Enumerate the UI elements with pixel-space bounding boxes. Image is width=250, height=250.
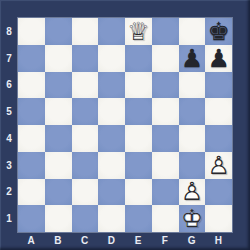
square-d5[interactable] xyxy=(98,98,125,125)
square-h8[interactable]: ♚ xyxy=(205,18,232,45)
square-e5[interactable] xyxy=(125,98,152,125)
file-label-a: A xyxy=(18,233,45,248)
square-h7[interactable]: ♟ xyxy=(205,45,232,72)
square-c5[interactable] xyxy=(72,98,99,125)
square-g7[interactable]: ♟ xyxy=(179,45,206,72)
square-d8[interactable] xyxy=(98,18,125,45)
file-label-c: C xyxy=(72,233,99,248)
square-g1[interactable]: ♚♔ xyxy=(179,205,206,232)
square-g8[interactable] xyxy=(179,18,206,45)
black-pawn[interactable]: ♟ xyxy=(179,45,206,72)
square-e7[interactable] xyxy=(125,45,152,72)
square-e4[interactable] xyxy=(125,125,152,152)
square-g4[interactable] xyxy=(179,125,206,152)
square-b2[interactable] xyxy=(45,179,72,206)
square-a2[interactable] xyxy=(18,179,45,206)
square-a6[interactable] xyxy=(18,72,45,99)
square-b7[interactable] xyxy=(45,45,72,72)
square-c7[interactable] xyxy=(72,45,99,72)
square-f1[interactable] xyxy=(152,205,179,232)
square-c6[interactable] xyxy=(72,72,99,99)
square-h4[interactable] xyxy=(205,125,232,152)
square-a5[interactable] xyxy=(18,98,45,125)
square-h3[interactable]: ♟♙ xyxy=(205,152,232,179)
file-label-h: H xyxy=(205,233,232,248)
white-pawn-outline-glyph: ♙ xyxy=(205,152,232,179)
rank-label-4: 4 xyxy=(0,125,18,152)
rank-label-3: 3 xyxy=(0,152,18,179)
square-f8[interactable] xyxy=(152,18,179,45)
square-d4[interactable] xyxy=(98,125,125,152)
square-e3[interactable] xyxy=(125,152,152,179)
file-label-d: D xyxy=(98,233,125,248)
square-a1[interactable] xyxy=(18,205,45,232)
file-labels: ABCDEFGH xyxy=(18,233,232,248)
rank-labels: 87654321 xyxy=(0,18,18,232)
black-pawn[interactable]: ♟ xyxy=(205,45,232,72)
square-f6[interactable] xyxy=(152,72,179,99)
square-b3[interactable] xyxy=(45,152,72,179)
square-f7[interactable] xyxy=(152,45,179,72)
rank-label-5: 5 xyxy=(0,98,18,125)
white-pawn[interactable]: ♟♙ xyxy=(205,152,232,179)
rank-label-2: 2 xyxy=(0,179,18,206)
square-d6[interactable] xyxy=(98,72,125,99)
white-queen[interactable]: ♛♕ xyxy=(125,18,152,45)
white-king[interactable]: ♚♔ xyxy=(179,205,206,232)
square-a8[interactable] xyxy=(18,18,45,45)
square-e1[interactable] xyxy=(125,205,152,232)
square-e6[interactable] xyxy=(125,72,152,99)
square-h5[interactable] xyxy=(205,98,232,125)
square-b4[interactable] xyxy=(45,125,72,152)
square-b6[interactable] xyxy=(45,72,72,99)
square-b1[interactable] xyxy=(45,205,72,232)
square-d3[interactable] xyxy=(98,152,125,179)
file-label-g: G xyxy=(179,233,206,248)
white-pawn[interactable]: ♟♙ xyxy=(179,179,206,206)
square-h1[interactable] xyxy=(205,205,232,232)
square-g3[interactable] xyxy=(179,152,206,179)
square-d7[interactable] xyxy=(98,45,125,72)
square-f5[interactable] xyxy=(152,98,179,125)
square-e2[interactable] xyxy=(125,179,152,206)
rank-label-6: 6 xyxy=(0,72,18,99)
file-label-b: B xyxy=(45,233,72,248)
square-h6[interactable] xyxy=(205,72,232,99)
square-c2[interactable] xyxy=(72,179,99,206)
square-e8[interactable]: ♛♕ xyxy=(125,18,152,45)
rank-label-1: 1 xyxy=(0,205,18,232)
square-c3[interactable] xyxy=(72,152,99,179)
black-king[interactable]: ♚ xyxy=(205,18,232,45)
square-b8[interactable] xyxy=(45,18,72,45)
square-g2[interactable]: ♟♙ xyxy=(179,179,206,206)
file-label-f: F xyxy=(152,233,179,248)
square-d2[interactable] xyxy=(98,179,125,206)
square-d1[interactable] xyxy=(98,205,125,232)
square-f4[interactable] xyxy=(152,125,179,152)
square-b5[interactable] xyxy=(45,98,72,125)
chess-board: ♛♕♚♟♟♟♙♟♙♚♔ xyxy=(18,18,232,232)
square-f2[interactable] xyxy=(152,179,179,206)
white-queen-outline-glyph: ♕ xyxy=(125,18,152,45)
rank-label-7: 7 xyxy=(0,45,18,72)
file-label-e: E xyxy=(125,233,152,248)
chess-diagram: 87654321 ♛♕♚♟♟♟♙♟♙♚♔ ABCDEFGH xyxy=(0,0,250,250)
square-h2[interactable] xyxy=(205,179,232,206)
square-c8[interactable] xyxy=(72,18,99,45)
white-king-outline-glyph: ♔ xyxy=(179,205,206,232)
square-c4[interactable] xyxy=(72,125,99,152)
square-c1[interactable] xyxy=(72,205,99,232)
rank-label-8: 8 xyxy=(0,18,18,45)
square-a4[interactable] xyxy=(18,125,45,152)
square-f3[interactable] xyxy=(152,152,179,179)
white-pawn-outline-glyph: ♙ xyxy=(179,179,206,206)
square-a3[interactable] xyxy=(18,152,45,179)
square-a7[interactable] xyxy=(18,45,45,72)
square-g6[interactable] xyxy=(179,72,206,99)
square-g5[interactable] xyxy=(179,98,206,125)
